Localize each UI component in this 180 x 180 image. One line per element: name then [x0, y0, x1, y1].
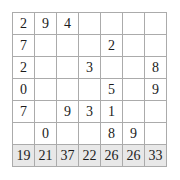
cell-r3c5[interactable] — [101, 57, 122, 78]
sum-cell-c2: 21 — [35, 145, 56, 166]
sum-cell-c1: 19 — [13, 145, 34, 166]
cell-r1c3: 4 — [57, 13, 78, 34]
cell-r5c4: 3 — [79, 101, 100, 122]
cell-r5c1: 7 — [13, 101, 34, 122]
cell-r6c3[interactable] — [57, 123, 78, 144]
cell-r3c3[interactable] — [57, 57, 78, 78]
cell-r6c5: 8 — [101, 123, 122, 144]
sum-cell-c5: 26 — [101, 145, 122, 166]
cell-r6c2: 0 — [35, 123, 56, 144]
sum-cell-c6: 26 — [123, 145, 144, 166]
cell-r1c6[interactable] — [123, 13, 144, 34]
cell-r4c4[interactable] — [79, 79, 100, 100]
cell-r3c2[interactable] — [35, 57, 56, 78]
cell-r5c5: 1 — [101, 101, 122, 122]
cell-r2c6[interactable] — [123, 35, 144, 56]
cell-r2c1: 7 — [13, 35, 34, 56]
cell-r2c4[interactable] — [79, 35, 100, 56]
sum-cell-c7: 33 — [145, 145, 166, 166]
cell-r2c3[interactable] — [57, 35, 78, 56]
cell-r6c1[interactable] — [13, 123, 34, 144]
puzzle-page: 29472238059793108919213722262633 — [0, 0, 180, 180]
cell-r5c6[interactable] — [123, 101, 144, 122]
puzzle-board: 29472238059793108919213722262633 — [12, 12, 167, 167]
sum-cell-c3: 37 — [57, 145, 78, 166]
cell-r6c6: 9 — [123, 123, 144, 144]
cell-r4c2[interactable] — [35, 79, 56, 100]
cell-r6c4[interactable] — [79, 123, 100, 144]
cell-r3c6[interactable] — [123, 57, 144, 78]
cell-r1c1: 2 — [13, 13, 34, 34]
cell-r1c2: 9 — [35, 13, 56, 34]
cell-r1c4[interactable] — [79, 13, 100, 34]
sum-cell-c4: 22 — [79, 145, 100, 166]
cell-r1c7[interactable] — [145, 13, 166, 34]
cell-r3c4: 3 — [79, 57, 100, 78]
cell-r4c5: 5 — [101, 79, 122, 100]
cell-r4c1: 0 — [13, 79, 34, 100]
cell-r2c7[interactable] — [145, 35, 166, 56]
cell-r2c5: 2 — [101, 35, 122, 56]
cell-r4c7: 9 — [145, 79, 166, 100]
cell-r1c5[interactable] — [101, 13, 122, 34]
cell-r5c7[interactable] — [145, 101, 166, 122]
cell-r4c6[interactable] — [123, 79, 144, 100]
cell-r4c3[interactable] — [57, 79, 78, 100]
cell-r2c2[interactable] — [35, 35, 56, 56]
cell-r3c1: 2 — [13, 57, 34, 78]
cell-r5c2[interactable] — [35, 101, 56, 122]
cell-r6c7[interactable] — [145, 123, 166, 144]
cell-r5c3: 9 — [57, 101, 78, 122]
cell-r3c7: 8 — [145, 57, 166, 78]
